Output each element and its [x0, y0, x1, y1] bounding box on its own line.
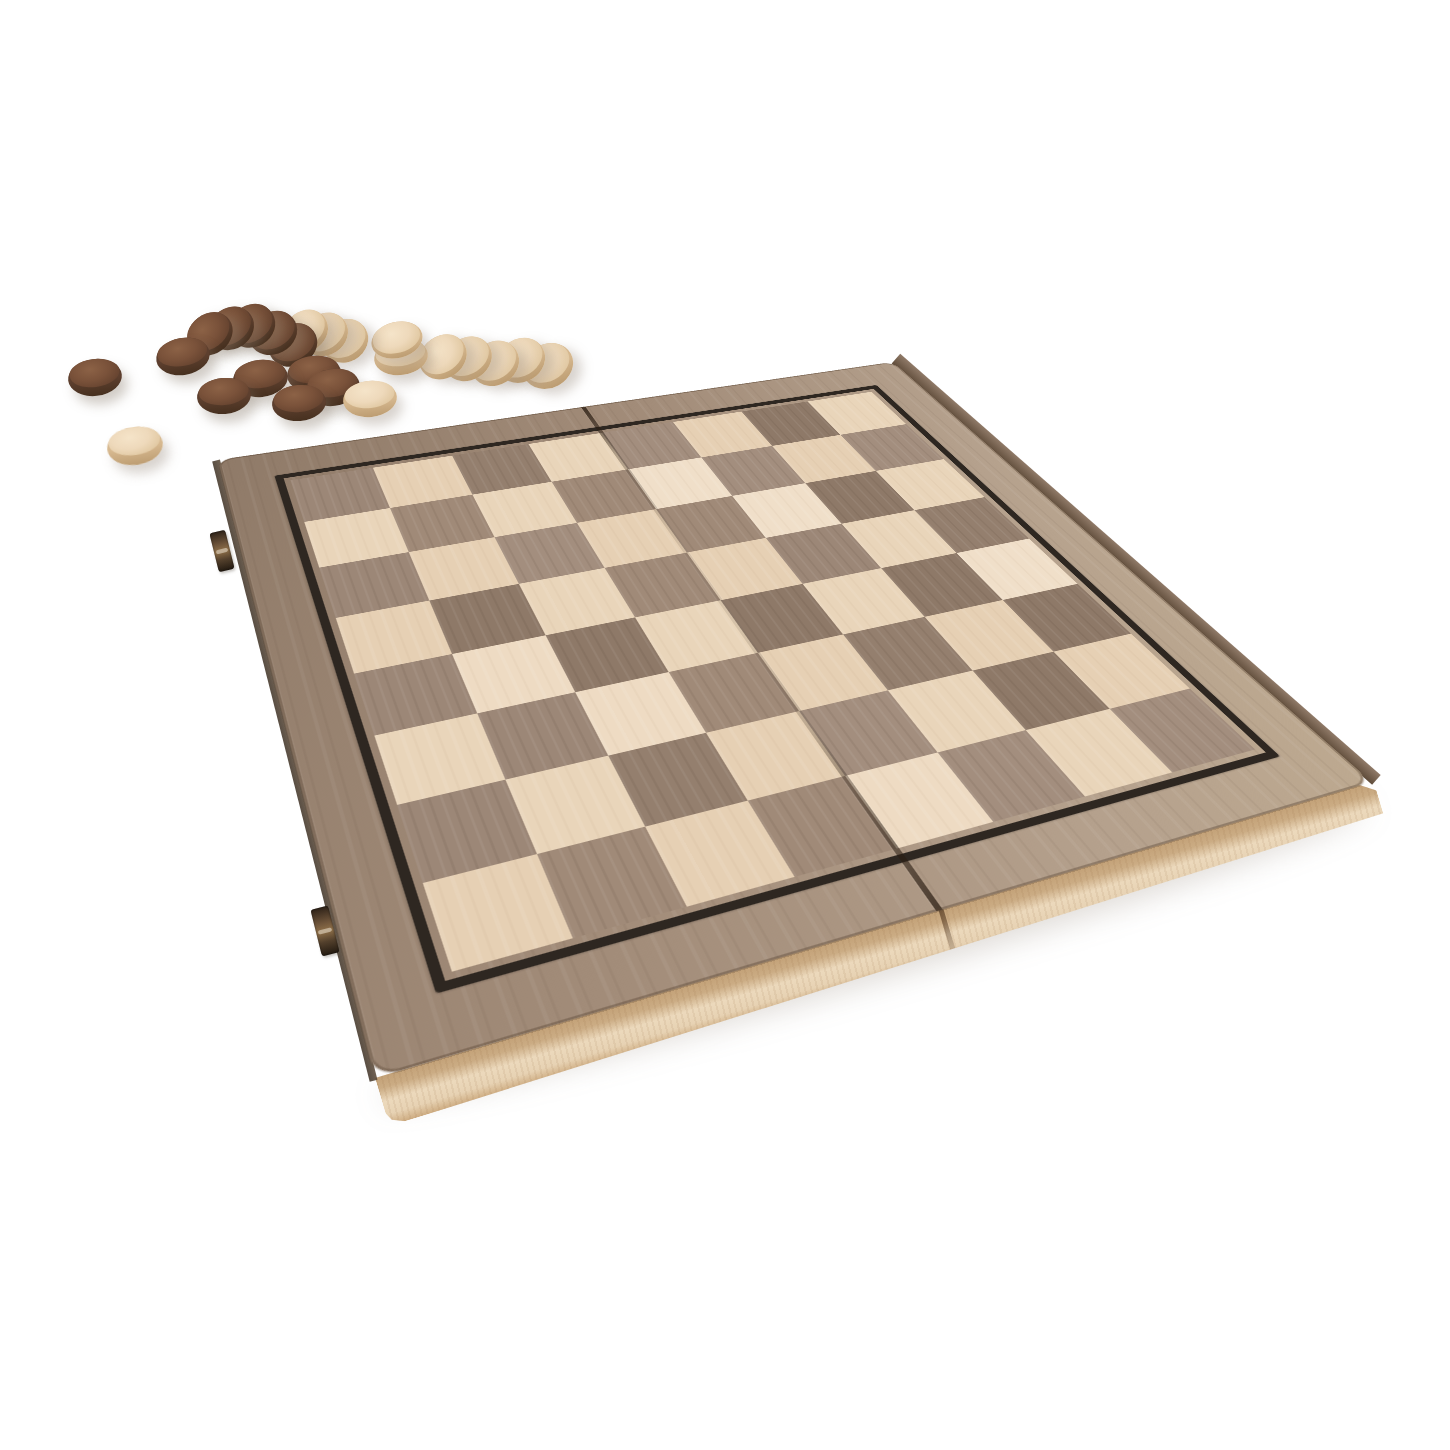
checkers-disc-dark — [196, 376, 253, 417]
checkers-disc-dark — [66, 355, 124, 398]
checkers-disc-light — [105, 423, 166, 468]
product-photo-canvas — [0, 0, 1450, 1450]
